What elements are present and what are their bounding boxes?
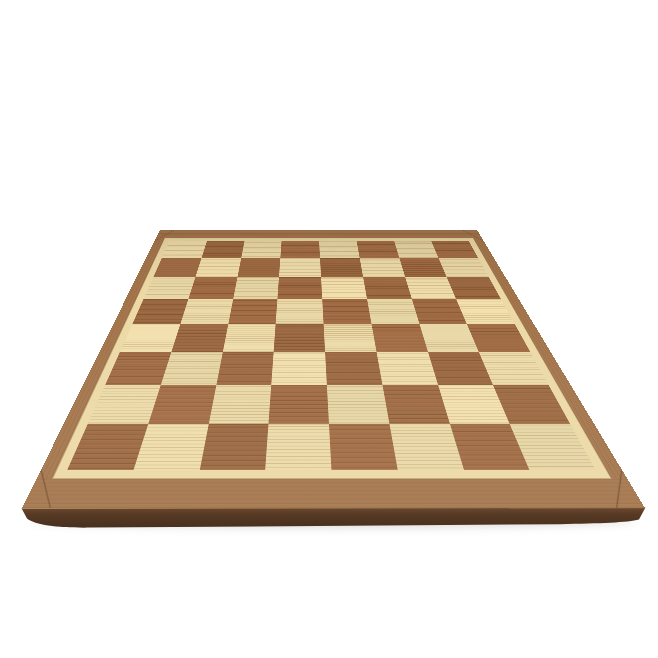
square-d6 — [278, 277, 323, 299]
square-c2 — [208, 385, 271, 424]
square-c7 — [237, 258, 280, 277]
square-f8 — [357, 241, 400, 258]
square-c8 — [241, 241, 282, 258]
square-e4 — [324, 324, 377, 352]
square-c5 — [228, 299, 278, 324]
square-b4 — [171, 324, 228, 352]
square-a5 — [133, 299, 189, 324]
square-c4 — [222, 324, 275, 352]
square-a7 — [153, 258, 201, 277]
square-e3 — [325, 352, 382, 385]
square-c6 — [233, 277, 279, 299]
square-a6 — [144, 277, 196, 299]
frame-strip-far — [156, 230, 482, 238]
square-e5 — [322, 299, 371, 324]
square-d8 — [280, 241, 320, 258]
square-e1 — [329, 424, 398, 470]
square-e8 — [319, 241, 359, 258]
square-f4 — [371, 324, 427, 352]
square-c3 — [216, 352, 274, 385]
square-b8 — [201, 241, 244, 258]
square-d4 — [274, 324, 325, 352]
photo-canvas — [0, 0, 658, 658]
square-d5 — [276, 299, 324, 324]
square-d1 — [265, 424, 331, 470]
square-e2 — [327, 385, 389, 424]
square-b7 — [195, 258, 241, 277]
board-thickness-face — [22, 507, 646, 527]
frame-strip-near — [22, 479, 645, 508]
square-f6 — [363, 277, 412, 299]
square-f5 — [367, 299, 419, 324]
square-c1 — [199, 424, 268, 470]
square-d3 — [271, 352, 326, 385]
square-d2 — [269, 385, 329, 424]
square-b3 — [161, 352, 223, 385]
square-e6 — [321, 277, 367, 299]
square-f7 — [360, 258, 405, 277]
square-b2 — [148, 385, 216, 424]
square-a8 — [162, 241, 207, 258]
square-e7 — [320, 258, 363, 277]
square-b6 — [188, 277, 237, 299]
square-b5 — [180, 299, 233, 324]
square-d7 — [279, 258, 321, 277]
